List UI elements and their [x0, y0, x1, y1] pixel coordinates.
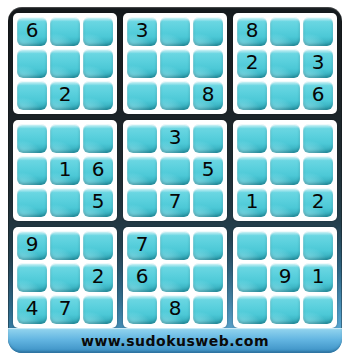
cell-r8c1[interactable] — [17, 263, 47, 292]
box-6: 12 — [233, 120, 337, 221]
cell-r9c2[interactable]: 7 — [50, 295, 80, 324]
cell-r1c9[interactable] — [303, 17, 333, 46]
cell-r1c7[interactable]: 8 — [237, 17, 267, 46]
cell-r4c1[interactable] — [17, 124, 47, 153]
cell-r7c9[interactable] — [303, 231, 333, 260]
cell-r5c4[interactable] — [127, 156, 157, 185]
cell-r7c5[interactable] — [160, 231, 190, 260]
cell-r7c2[interactable] — [50, 231, 80, 260]
cell-r6c4[interactable] — [127, 188, 157, 217]
cell-r4c9[interactable] — [303, 124, 333, 153]
box-7: 9247 — [13, 227, 117, 328]
cell-r9c8[interactable] — [270, 295, 300, 324]
cell-r7c8[interactable] — [270, 231, 300, 260]
cell-r4c4[interactable] — [127, 124, 157, 153]
cell-r3c1[interactable] — [17, 81, 47, 110]
sudoku-board-card: 6238823616535712924776891 www.sudokusweb… — [8, 7, 342, 353]
cell-r8c3[interactable]: 2 — [83, 263, 113, 292]
cell-r9c6[interactable] — [193, 295, 223, 324]
box-4: 165 — [13, 120, 117, 221]
cell-r9c3[interactable] — [83, 295, 113, 324]
cell-r4c3[interactable] — [83, 124, 113, 153]
cell-r6c9[interactable]: 2 — [303, 188, 333, 217]
box-1: 62 — [13, 13, 117, 114]
box-2: 38 — [123, 13, 227, 114]
cell-r5c1[interactable] — [17, 156, 47, 185]
cell-r5c8[interactable] — [270, 156, 300, 185]
cell-r3c4[interactable] — [127, 81, 157, 110]
cell-r4c6[interactable] — [193, 124, 223, 153]
cell-r1c8[interactable] — [270, 17, 300, 46]
cell-r2c1[interactable] — [17, 49, 47, 78]
cell-r5c6[interactable]: 5 — [193, 156, 223, 185]
cell-r6c5[interactable]: 7 — [160, 188, 190, 217]
cell-r7c1[interactable]: 9 — [17, 231, 47, 260]
cell-r6c8[interactable] — [270, 188, 300, 217]
sudoku-grid: 6238823616535712924776891 — [8, 7, 342, 328]
cell-r4c8[interactable] — [270, 124, 300, 153]
cell-r5c7[interactable] — [237, 156, 267, 185]
cell-r8c4[interactable]: 6 — [127, 263, 157, 292]
cell-r6c3[interactable]: 5 — [83, 188, 113, 217]
cell-r2c8[interactable] — [270, 49, 300, 78]
cell-r8c7[interactable] — [237, 263, 267, 292]
cell-r3c9[interactable]: 6 — [303, 81, 333, 110]
cell-r8c2[interactable] — [50, 263, 80, 292]
cell-r3c6[interactable]: 8 — [193, 81, 223, 110]
cell-r2c9[interactable]: 3 — [303, 49, 333, 78]
cell-r3c2[interactable]: 2 — [50, 81, 80, 110]
cell-r1c4[interactable]: 3 — [127, 17, 157, 46]
cell-r2c6[interactable] — [193, 49, 223, 78]
cell-r5c3[interactable]: 6 — [83, 156, 113, 185]
box-9: 91 — [233, 227, 337, 328]
cell-r9c9[interactable] — [303, 295, 333, 324]
cell-r6c7[interactable]: 1 — [237, 188, 267, 217]
cell-r2c3[interactable] — [83, 49, 113, 78]
cell-r4c2[interactable] — [50, 124, 80, 153]
cell-r4c7[interactable] — [237, 124, 267, 153]
box-5: 357 — [123, 120, 227, 221]
cell-r9c1[interactable]: 4 — [17, 295, 47, 324]
cell-r1c3[interactable] — [83, 17, 113, 46]
cell-r5c9[interactable] — [303, 156, 333, 185]
cell-r3c3[interactable] — [83, 81, 113, 110]
cell-r1c6[interactable] — [193, 17, 223, 46]
cell-r8c5[interactable] — [160, 263, 190, 292]
cell-r5c5[interactable] — [160, 156, 190, 185]
cell-r7c4[interactable]: 7 — [127, 231, 157, 260]
cell-r9c7[interactable] — [237, 295, 267, 324]
cell-r5c2[interactable]: 1 — [50, 156, 80, 185]
cell-r4c5[interactable]: 3 — [160, 124, 190, 153]
cell-r7c7[interactable] — [237, 231, 267, 260]
box-3: 8236 — [233, 13, 337, 114]
cell-r2c5[interactable] — [160, 49, 190, 78]
cell-r3c5[interactable] — [160, 81, 190, 110]
box-8: 768 — [123, 227, 227, 328]
cell-r9c5[interactable]: 8 — [160, 295, 190, 324]
cell-r2c4[interactable] — [127, 49, 157, 78]
cell-r8c6[interactable] — [193, 263, 223, 292]
cell-r8c9[interactable]: 1 — [303, 263, 333, 292]
cell-r2c7[interactable]: 2 — [237, 49, 267, 78]
cell-r9c4[interactable] — [127, 295, 157, 324]
cell-r2c2[interactable] — [50, 49, 80, 78]
cell-r8c8[interactable]: 9 — [270, 263, 300, 292]
site-url-label: www.sudokusweb.com — [8, 328, 342, 353]
cell-r7c3[interactable] — [83, 231, 113, 260]
cell-r6c6[interactable] — [193, 188, 223, 217]
cell-r1c1[interactable]: 6 — [17, 17, 47, 46]
cell-r3c8[interactable] — [270, 81, 300, 110]
cell-r1c5[interactable] — [160, 17, 190, 46]
cell-r7c6[interactable] — [193, 231, 223, 260]
cell-r6c2[interactable] — [50, 188, 80, 217]
cell-r3c7[interactable] — [237, 81, 267, 110]
cell-r6c1[interactable] — [17, 188, 47, 217]
cell-r1c2[interactable] — [50, 17, 80, 46]
